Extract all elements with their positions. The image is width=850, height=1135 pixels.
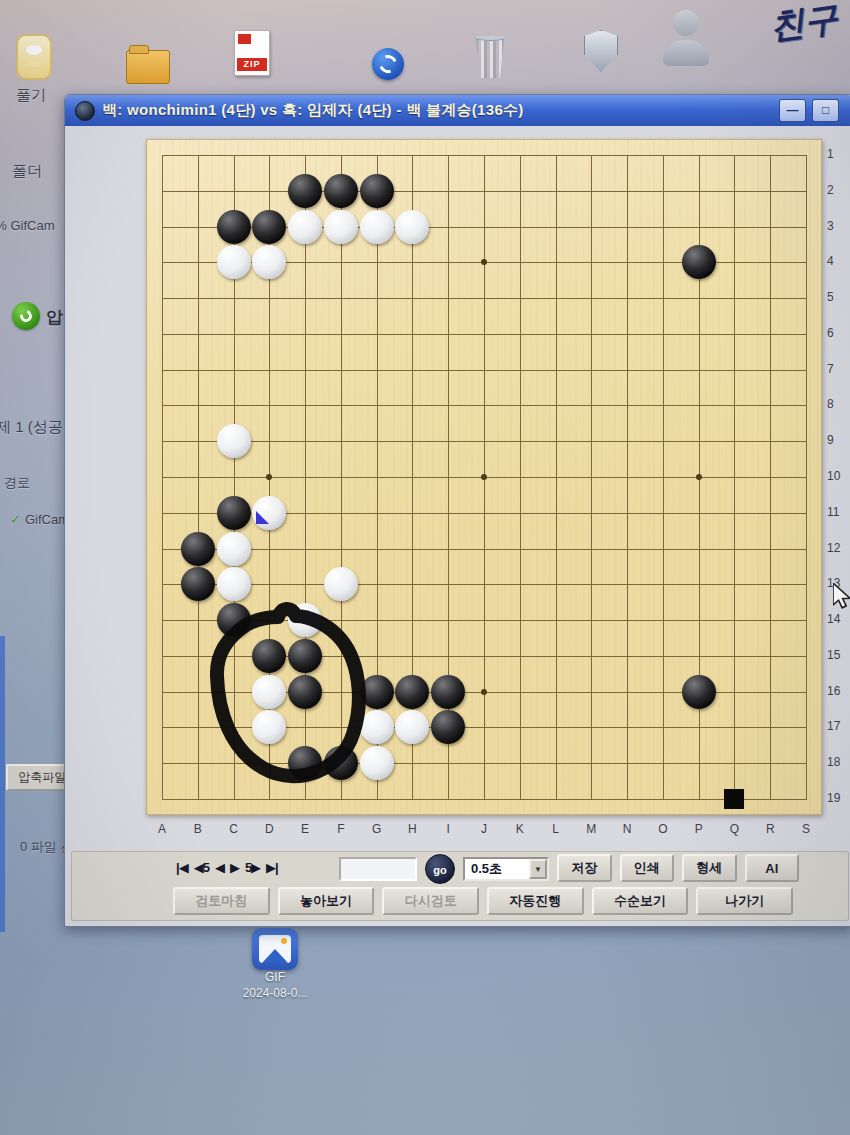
desktop: ZIP 친구 풀기폴더0% GifCam압축제 1 (성공 1경로✓GifCam…: [0, 0, 850, 1135]
user-icon-body: [663, 40, 709, 66]
col-label-H: H: [401, 822, 423, 836]
row-label-16: 16: [827, 684, 849, 698]
zip-corner-badge: [238, 34, 251, 44]
col-label-L: L: [545, 822, 567, 836]
stone-white-F13: [324, 567, 358, 601]
stone-black-D15: [252, 639, 286, 673]
toolbar-button-형세[interactable]: 형세: [682, 854, 737, 882]
desktop-label-2: 0% GifCam: [0, 218, 54, 233]
stone-white-G18: [360, 746, 394, 780]
col-label-P: P: [688, 822, 710, 836]
toolbar-button-수순보기[interactable]: 수순보기: [592, 887, 689, 915]
user-icon[interactable]: [656, 4, 716, 74]
character-icon[interactable]: [16, 34, 52, 80]
game-window: 백: wonchimin1 (4단) vs 흑: 임제자 (4단) - 백 불계…: [64, 94, 850, 927]
titlebar[interactable]: 백: wonchimin1 (4단) vs 흑: 임제자 (4단) - 백 불계…: [65, 95, 850, 126]
toolbar-button-검토마침: 검토마침: [173, 887, 270, 915]
row-label-3: 3: [827, 219, 849, 233]
stone-black-G16: [360, 675, 394, 709]
shield-icon[interactable]: [584, 30, 618, 72]
col-label-O: O: [652, 822, 674, 836]
row-label-15: 15: [827, 648, 849, 662]
col-label-J: J: [473, 822, 495, 836]
sync-icon[interactable]: [372, 48, 404, 80]
stone-white-D16: [252, 675, 286, 709]
row-label-9: 9: [827, 433, 849, 447]
gif-file-thumbnail: [259, 935, 291, 963]
stone-white-H3: [395, 210, 429, 244]
window-title: 백: wonchimin1 (4단) vs 흑: 임제자 (4단) - 백 불계…: [102, 101, 524, 120]
stone-black-E15: [288, 639, 322, 673]
minimize-button[interactable]: —: [779, 99, 806, 122]
left-window-edge: [0, 636, 5, 932]
col-label-I: I: [437, 822, 459, 836]
stone-black-C3: [217, 210, 251, 244]
folder-icon[interactable]: [126, 50, 170, 84]
stone-black-F2: [324, 174, 358, 208]
stone-white-C12: [217, 532, 251, 566]
handwritten-note: 친구: [767, 0, 841, 51]
webcam-icon: [75, 101, 95, 121]
speed-select[interactable]: 0.5초 ▼: [463, 857, 549, 881]
stone-black-P4: [682, 245, 716, 279]
stone-black-C14: [217, 603, 251, 637]
col-label-S: S: [795, 822, 817, 836]
col-label-M: M: [580, 822, 602, 836]
nav-button-0[interactable]: |◀: [173, 856, 191, 879]
chevron-down-icon[interactable]: ▼: [529, 859, 547, 879]
stone-black-E16: [288, 675, 322, 709]
stone-black-E2: [288, 174, 322, 208]
toolbar-button-인쇄[interactable]: 인쇄: [620, 854, 675, 882]
move-number-input[interactable]: [339, 857, 417, 881]
col-label-E: E: [294, 822, 316, 836]
col-label-Q: Q: [723, 822, 745, 836]
stone-black-B13: [181, 567, 215, 601]
row-label-19: 19: [827, 791, 849, 805]
nav-button-2[interactable]: ◀: [212, 856, 227, 879]
toolbar-button-놓아보기[interactable]: 놓아보기: [278, 887, 375, 915]
move-nav-controls: |◀◀5◀▶5▶▶|: [173, 856, 281, 879]
maximize-button[interactable]: □: [812, 99, 839, 122]
row-label-11: 11: [827, 505, 849, 519]
col-label-C: C: [223, 822, 245, 836]
row-label-14: 14: [827, 612, 849, 626]
toolbar-button-자동진행[interactable]: 자동진행: [487, 887, 584, 915]
toolbar-button-저장[interactable]: 저장: [557, 854, 612, 882]
go-button[interactable]: go: [425, 854, 455, 884]
row-label-17: 17: [827, 719, 849, 733]
gif-file-icon[interactable]: [252, 928, 298, 970]
row-label-10: 10: [827, 469, 849, 483]
col-label-K: K: [509, 822, 531, 836]
toolbar-button-AI[interactable]: AI: [745, 854, 800, 882]
stone-white-C4: [217, 245, 251, 279]
mouse-cursor: [833, 583, 850, 609]
row-label-4: 4: [827, 254, 849, 268]
last-move-triangle-marker-D11: [256, 511, 269, 524]
stone-white-C9: [217, 424, 251, 458]
col-label-B: B: [187, 822, 209, 836]
stone-white-E3: [288, 210, 322, 244]
stone-black-P16: [682, 675, 716, 709]
star-point-J16: [481, 689, 487, 695]
stone-white-C13: [217, 567, 251, 601]
nav-button-4[interactable]: 5▶: [242, 856, 263, 879]
row-label-5: 5: [827, 290, 849, 304]
row-label-18: 18: [827, 755, 849, 769]
desktop-label-5: 경로: [4, 474, 30, 492]
check-icon: ✓: [10, 512, 21, 527]
recycle-bin-icon[interactable]: [472, 36, 508, 78]
stone-black-F18: [324, 746, 358, 780]
desktop-label-0: 풀기: [16, 86, 46, 105]
desktop-label-1: 폴더: [12, 162, 42, 181]
gif-file-label: GIF: [215, 970, 335, 984]
go-board[interactable]: [146, 139, 822, 815]
stone-black-B12: [181, 532, 215, 566]
nav-button-1[interactable]: ◀5: [191, 856, 212, 879]
zip-file-icon[interactable]: ZIP: [234, 30, 270, 76]
stone-white-E14: [288, 603, 322, 637]
toolbar-button-다시검토: 다시검토: [382, 887, 479, 915]
stone-black-C11: [217, 496, 251, 530]
toolbar-button-나가기[interactable]: 나가기: [696, 887, 793, 915]
stone-black-D3: [252, 210, 286, 244]
star-point-J10: [481, 474, 487, 480]
row-label-7: 7: [827, 362, 849, 376]
col-label-F: F: [330, 822, 352, 836]
col-label-D: D: [258, 822, 280, 836]
speed-select-value: 0.5초: [465, 859, 529, 879]
col-label-R: R: [759, 822, 781, 836]
user-icon-head: [673, 10, 699, 36]
stone-white-F3: [324, 210, 358, 244]
stone-black-G2: [360, 174, 394, 208]
col-label-G: G: [366, 822, 388, 836]
gif-file-date-label: 2024-08-0...: [215, 986, 335, 1000]
col-label-N: N: [616, 822, 638, 836]
col-label-A: A: [151, 822, 173, 836]
nav-button-3[interactable]: ▶: [227, 856, 242, 879]
row-label-8: 8: [827, 397, 849, 411]
zip-band-label: ZIP: [237, 58, 267, 71]
stone-white-G3: [360, 210, 394, 244]
black-square-marker-Q19: [724, 789, 744, 809]
stone-white-G17: [360, 710, 394, 744]
row-label-2: 2: [827, 183, 849, 197]
nav-button-5[interactable]: ▶|: [263, 856, 281, 879]
row-label-6: 6: [827, 326, 849, 340]
star-point-P10: [696, 474, 702, 480]
stone-black-I16: [431, 675, 465, 709]
row-label-12: 12: [827, 541, 849, 555]
stone-black-H16: [395, 675, 429, 709]
green-archive-icon[interactable]: [12, 302, 40, 330]
row-label-1: 1: [827, 147, 849, 161]
